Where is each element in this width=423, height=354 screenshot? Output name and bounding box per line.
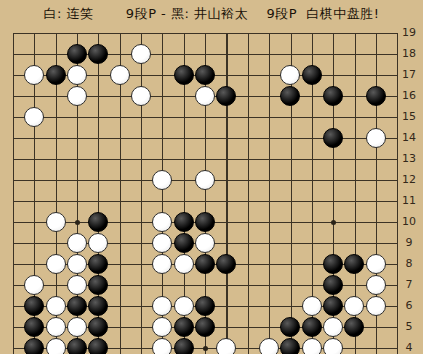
- row-label-13: 13: [397, 152, 421, 165]
- white-stone-c18r8: [366, 254, 386, 274]
- white-stone-c3r5: [46, 317, 66, 337]
- row-label-10: 10: [397, 215, 421, 228]
- white-stone-c8r5: [152, 317, 172, 337]
- white-stone-c3r4: [46, 338, 66, 354]
- black-stone-c10r6: [195, 296, 215, 316]
- black-stone-c10r8: [195, 254, 215, 274]
- black-stone-c9r4: [174, 338, 194, 354]
- black-stone-c10r5: [195, 317, 215, 337]
- white-stone-c16r5: [323, 317, 343, 337]
- row-label-14: 14: [397, 131, 421, 144]
- white-stone-c15r4: [302, 338, 322, 354]
- white-stone-c4r7: [67, 275, 87, 295]
- black-stone-c14r5: [280, 317, 300, 337]
- white-stone-c10r16: [195, 86, 215, 106]
- black-stone-c16r7: [323, 275, 343, 295]
- white-stone-c16r4: [323, 338, 343, 354]
- white-stone-c8r9: [152, 233, 172, 253]
- white-stone-c6r17: [110, 65, 130, 85]
- white-stone-c9r6: [174, 296, 194, 316]
- white-stone-c18r7: [366, 275, 386, 295]
- row-label-12: 12: [397, 173, 421, 186]
- row-label-6: 6: [397, 299, 421, 312]
- black-stone-c4r6: [67, 296, 87, 316]
- black-stone-c5r10: [88, 212, 108, 232]
- white-stone-c4r5: [67, 317, 87, 337]
- black-stone-c9r10: [174, 212, 194, 232]
- white-stone-c8r8: [152, 254, 172, 274]
- white-stone-c3r10: [46, 212, 66, 232]
- white-stone-c14r17: [280, 65, 300, 85]
- white-stone-c18r6: [366, 296, 386, 316]
- black-stone-c14r4: [280, 338, 300, 354]
- black-stone-c10r10: [195, 212, 215, 232]
- row-label-5: 5: [397, 320, 421, 333]
- white-stone-c8r12: [152, 170, 172, 190]
- black-stone-c16r8: [323, 254, 343, 274]
- white-stone-c2r15: [24, 107, 44, 127]
- black-stone-c16r14: [323, 128, 343, 148]
- white-stone-c2r17: [24, 65, 44, 85]
- white-stone-c4r8: [67, 254, 87, 274]
- game-result-header: 白: 连笑 9段P - 黑: 井山裕太 9段P 白棋中盘胜!: [0, 5, 423, 23]
- black-stone-c14r16: [280, 86, 300, 106]
- black-stone-c5r7: [88, 275, 108, 295]
- black-stone-c18r16: [366, 86, 386, 106]
- white-stone-c3r6: [46, 296, 66, 316]
- row-label-18: 18: [397, 47, 421, 60]
- white-stone-c17r6: [344, 296, 364, 316]
- white-stone-c5r9: [88, 233, 108, 253]
- white-stone-c15r6: [302, 296, 322, 316]
- white-stone-c10r9: [195, 233, 215, 253]
- black-stone-c5r8: [88, 254, 108, 274]
- black-stone-c9r17: [174, 65, 194, 85]
- black-stone-c16r16: [323, 86, 343, 106]
- go-board-surface[interactable]: [2, 23, 408, 354]
- row-label-19: 19: [397, 26, 421, 39]
- row-label-16: 16: [397, 89, 421, 102]
- black-stone-c9r9: [174, 233, 194, 253]
- black-stone-c5r4: [88, 338, 108, 354]
- black-stone-c4r18: [67, 44, 87, 64]
- white-stone-c8r10: [152, 212, 172, 232]
- row-label-7: 7: [397, 278, 421, 291]
- white-stone-c8r6: [152, 296, 172, 316]
- black-stone-c3r17: [46, 65, 66, 85]
- row-label-15: 15: [397, 110, 421, 123]
- white-stone-c3r8: [46, 254, 66, 274]
- black-stone-c16r6: [323, 296, 343, 316]
- white-stone-c8r4: [152, 338, 172, 354]
- white-stone-c7r18: [131, 44, 151, 64]
- black-stone-c2r5: [24, 317, 44, 337]
- white-stone-c4r16: [67, 86, 87, 106]
- row-label-9: 9: [397, 236, 421, 249]
- white-stone-c9r8: [174, 254, 194, 274]
- white-stone-c11r4: [216, 338, 236, 354]
- white-stone-c2r7: [24, 275, 44, 295]
- black-stone-c2r4: [24, 338, 44, 354]
- row-label-4: 4: [397, 341, 421, 354]
- row-label-11: 11: [397, 194, 421, 207]
- go-game-viewer: 白: 连笑 9段P - 黑: 井山裕太 9段P 白棋中盘胜! 191817161…: [0, 0, 423, 354]
- black-stone-c5r6: [88, 296, 108, 316]
- black-stone-c2r6: [24, 296, 44, 316]
- black-stone-c11r8: [216, 254, 236, 274]
- black-stone-c10r17: [195, 65, 215, 85]
- white-stone-c13r4: [259, 338, 279, 354]
- white-stone-c18r14: [366, 128, 386, 148]
- white-stone-c4r17: [67, 65, 87, 85]
- row-label-8: 8: [397, 257, 421, 270]
- black-stone-c15r17: [302, 65, 322, 85]
- black-stone-c9r5: [174, 317, 194, 337]
- black-stone-c17r5: [344, 317, 364, 337]
- black-stone-c15r5: [302, 317, 322, 337]
- black-stone-c5r18: [88, 44, 108, 64]
- white-stone-c10r12: [195, 170, 215, 190]
- black-stone-c5r5: [88, 317, 108, 337]
- black-stone-c17r8: [344, 254, 364, 274]
- black-stone-c11r16: [216, 86, 236, 106]
- black-stone-c4r4: [67, 338, 87, 354]
- white-stone-c7r16: [131, 86, 151, 106]
- row-label-17: 17: [397, 68, 421, 81]
- white-stone-c4r9: [67, 233, 87, 253]
